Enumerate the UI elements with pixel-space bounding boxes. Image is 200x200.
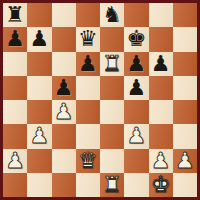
square-e3[interactable]	[100, 124, 124, 148]
black-pawn[interactable]: ♟	[151, 53, 171, 75]
square-e8[interactable]: ♞	[100, 3, 124, 27]
white-rook[interactable]: ♜	[102, 53, 122, 75]
square-f7[interactable]: ♚	[124, 27, 148, 51]
square-d1[interactable]	[76, 173, 100, 197]
square-h8[interactable]	[173, 3, 197, 27]
square-a7[interactable]: ♟	[3, 27, 27, 51]
square-g2[interactable]: ♟	[149, 149, 173, 173]
square-c3[interactable]	[52, 124, 76, 148]
square-d4[interactable]	[76, 100, 100, 124]
white-queen[interactable]: ♛	[78, 150, 98, 172]
square-f3[interactable]: ♟	[124, 124, 148, 148]
square-c2[interactable]	[52, 149, 76, 173]
square-d2[interactable]: ♛	[76, 149, 100, 173]
square-d3[interactable]	[76, 124, 100, 148]
square-a1[interactable]	[3, 173, 27, 197]
square-g6[interactable]: ♟	[149, 52, 173, 76]
black-king[interactable]: ♚	[127, 28, 147, 50]
square-e6[interactable]: ♜	[100, 52, 124, 76]
square-b7[interactable]: ♟	[27, 27, 51, 51]
square-b1[interactable]	[27, 173, 51, 197]
board-frame: ♜♞♟♟♛♚♟♜♟♟♟♟♟♟♟♟♛♟♟♜♚	[0, 0, 200, 200]
square-d5[interactable]	[76, 76, 100, 100]
white-pawn[interactable]: ♟	[5, 150, 25, 172]
square-f4[interactable]	[124, 100, 148, 124]
square-h6[interactable]	[173, 52, 197, 76]
square-g3[interactable]	[149, 124, 173, 148]
square-b5[interactable]	[27, 76, 51, 100]
square-g1[interactable]: ♚	[149, 173, 173, 197]
black-pawn[interactable]: ♟	[5, 28, 25, 50]
square-a6[interactable]	[3, 52, 27, 76]
black-pawn[interactable]: ♟	[54, 77, 74, 99]
square-c5[interactable]: ♟	[52, 76, 76, 100]
chess-board: ♜♞♟♟♛♚♟♜♟♟♟♟♟♟♟♟♛♟♟♜♚	[3, 3, 197, 197]
square-f8[interactable]	[124, 3, 148, 27]
black-pawn[interactable]: ♟	[127, 77, 147, 99]
white-rook[interactable]: ♜	[102, 174, 122, 196]
black-pawn[interactable]: ♟	[78, 53, 98, 75]
black-queen[interactable]: ♛	[78, 28, 98, 50]
square-g8[interactable]	[149, 3, 173, 27]
square-d7[interactable]: ♛	[76, 27, 100, 51]
square-e1[interactable]: ♜	[100, 173, 124, 197]
square-h1[interactable]	[173, 173, 197, 197]
square-e4[interactable]	[100, 100, 124, 124]
square-c1[interactable]	[52, 173, 76, 197]
square-g4[interactable]	[149, 100, 173, 124]
square-d8[interactable]	[76, 3, 100, 27]
square-a8[interactable]: ♜	[3, 3, 27, 27]
white-king[interactable]: ♚	[151, 174, 171, 196]
square-g7[interactable]	[149, 27, 173, 51]
black-knight[interactable]: ♞	[102, 4, 122, 26]
black-rook[interactable]: ♜	[5, 4, 25, 26]
square-e7[interactable]	[100, 27, 124, 51]
square-c7[interactable]	[52, 27, 76, 51]
square-c6[interactable]	[52, 52, 76, 76]
white-pawn[interactable]: ♟	[30, 125, 50, 147]
square-b2[interactable]	[27, 149, 51, 173]
square-a5[interactable]	[3, 76, 27, 100]
square-a3[interactable]	[3, 124, 27, 148]
black-pawn[interactable]: ♟	[30, 28, 50, 50]
square-a4[interactable]	[3, 100, 27, 124]
square-b6[interactable]	[27, 52, 51, 76]
square-e5[interactable]	[100, 76, 124, 100]
square-b4[interactable]	[27, 100, 51, 124]
white-pawn[interactable]: ♟	[175, 150, 195, 172]
square-a2[interactable]: ♟	[3, 149, 27, 173]
square-f2[interactable]	[124, 149, 148, 173]
square-h2[interactable]: ♟	[173, 149, 197, 173]
white-pawn[interactable]: ♟	[127, 125, 147, 147]
white-pawn[interactable]: ♟	[151, 150, 171, 172]
square-f5[interactable]: ♟	[124, 76, 148, 100]
square-f1[interactable]	[124, 173, 148, 197]
square-g5[interactable]	[149, 76, 173, 100]
square-h4[interactable]	[173, 100, 197, 124]
square-h7[interactable]	[173, 27, 197, 51]
square-f6[interactable]: ♟	[124, 52, 148, 76]
square-h5[interactable]	[173, 76, 197, 100]
square-d6[interactable]: ♟	[76, 52, 100, 76]
white-pawn[interactable]: ♟	[54, 101, 74, 123]
square-c8[interactable]	[52, 3, 76, 27]
square-h3[interactable]	[173, 124, 197, 148]
square-c4[interactable]: ♟	[52, 100, 76, 124]
black-pawn[interactable]: ♟	[127, 53, 147, 75]
square-b3[interactable]: ♟	[27, 124, 51, 148]
square-b8[interactable]	[27, 3, 51, 27]
square-e2[interactable]	[100, 149, 124, 173]
